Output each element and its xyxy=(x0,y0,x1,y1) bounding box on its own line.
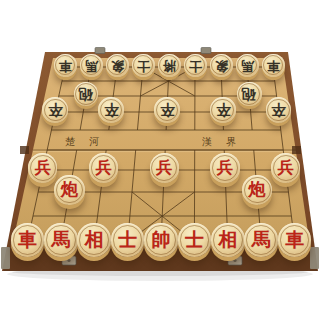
piece-character: 帥 xyxy=(152,231,171,250)
piece-black-horse[interactable]: 馬 xyxy=(236,54,259,77)
piece-black-soldier[interactable]: 卒 xyxy=(210,97,236,123)
piece-black-horse[interactable]: 馬 xyxy=(80,54,103,77)
piece-red-soldier[interactable]: 兵 xyxy=(271,153,300,182)
piece-character: 卒 xyxy=(104,103,118,117)
piece-character: 炮 xyxy=(61,181,78,198)
piece-character: 象 xyxy=(215,59,228,72)
piece-character: 炮 xyxy=(249,181,266,198)
piece-red-cannon[interactable]: 炮 xyxy=(54,175,85,206)
piece-red-general[interactable]: 帥 xyxy=(144,223,178,257)
piece-red-chariot[interactable]: 車 xyxy=(278,223,312,257)
piece-red-elephant[interactable]: 相 xyxy=(77,223,111,257)
piece-character: 將 xyxy=(163,59,176,72)
piece-black-advisor[interactable]: 士 xyxy=(184,54,207,77)
pieces-layer: 車馬象士將士象馬車砲砲卒卒卒卒卒兵兵兵兵兵炮炮車馬相士帥士相馬車 xyxy=(0,0,320,320)
piece-character: 兵 xyxy=(95,160,111,176)
piece-character: 卒 xyxy=(216,103,230,117)
piece-character: 車 xyxy=(59,59,72,72)
piece-black-chariot[interactable]: 車 xyxy=(262,54,285,77)
piece-character: 馬 xyxy=(241,59,254,72)
piece-character: 象 xyxy=(111,59,124,72)
piece-character: 士 xyxy=(118,231,137,250)
piece-red-soldier[interactable]: 兵 xyxy=(28,153,57,182)
piece-red-elephant[interactable]: 相 xyxy=(211,223,245,257)
xiangqi-set-photo: 楚河漢界 車馬象士將士象馬車砲砲卒卒卒卒卒兵兵兵兵兵炮炮車馬相士帥士相馬車 xyxy=(0,0,320,320)
piece-red-cannon[interactable]: 炮 xyxy=(242,175,273,206)
piece-character: 馬 xyxy=(85,59,98,72)
piece-character: 馬 xyxy=(252,231,271,250)
piece-character: 相 xyxy=(85,231,104,250)
piece-black-cannon[interactable]: 砲 xyxy=(237,82,262,107)
piece-red-horse[interactable]: 馬 xyxy=(244,223,278,257)
piece-character: 兵 xyxy=(278,160,294,176)
piece-black-advisor[interactable]: 士 xyxy=(132,54,155,77)
piece-black-soldier[interactable]: 卒 xyxy=(266,97,292,123)
piece-red-advisor[interactable]: 士 xyxy=(178,223,212,257)
piece-character: 兵 xyxy=(156,160,172,176)
piece-red-chariot[interactable]: 車 xyxy=(11,223,45,257)
piece-character: 相 xyxy=(218,231,237,250)
piece-black-soldier[interactable]: 卒 xyxy=(42,97,68,123)
piece-character: 車 xyxy=(267,59,280,72)
piece-character: 馬 xyxy=(51,231,70,250)
piece-character: 車 xyxy=(18,231,37,250)
piece-character: 砲 xyxy=(242,87,256,101)
piece-character: 卒 xyxy=(271,103,285,117)
piece-character: 兵 xyxy=(217,160,233,176)
piece-red-advisor[interactable]: 士 xyxy=(111,223,145,257)
piece-black-soldier[interactable]: 卒 xyxy=(98,97,124,123)
piece-character: 士 xyxy=(137,59,150,72)
piece-character: 砲 xyxy=(79,87,93,101)
piece-black-cannon[interactable]: 砲 xyxy=(74,82,99,107)
piece-character: 士 xyxy=(185,231,204,250)
piece-black-elephant[interactable]: 象 xyxy=(210,54,233,77)
piece-red-horse[interactable]: 馬 xyxy=(44,223,78,257)
piece-character: 卒 xyxy=(160,103,174,117)
piece-character: 士 xyxy=(189,59,202,72)
piece-character: 車 xyxy=(285,231,304,250)
piece-red-soldier[interactable]: 兵 xyxy=(89,153,118,182)
piece-red-soldier[interactable]: 兵 xyxy=(150,153,179,182)
piece-black-general[interactable]: 將 xyxy=(158,54,181,77)
piece-black-elephant[interactable]: 象 xyxy=(106,54,129,77)
piece-black-chariot[interactable]: 車 xyxy=(54,54,77,77)
piece-character: 兵 xyxy=(35,160,51,176)
piece-black-soldier[interactable]: 卒 xyxy=(154,97,180,123)
piece-red-soldier[interactable]: 兵 xyxy=(210,153,239,182)
piece-character: 卒 xyxy=(48,103,62,117)
